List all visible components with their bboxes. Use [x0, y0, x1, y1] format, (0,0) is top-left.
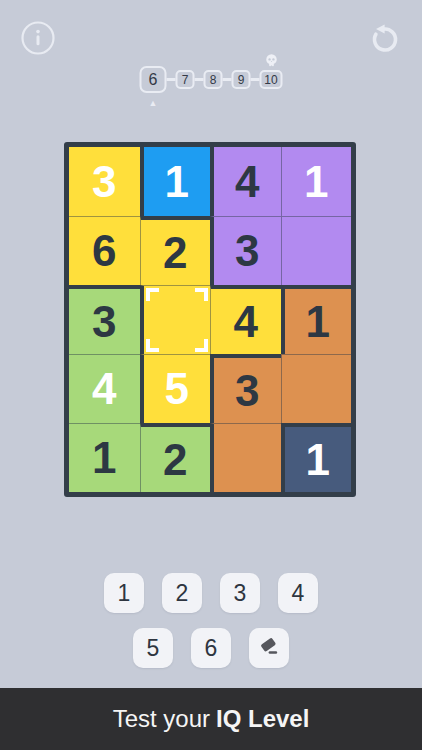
level-8[interactable]: 8 — [204, 70, 223, 89]
selected-level-marker: ▲ — [149, 99, 158, 108]
cell-value: 1 — [306, 300, 330, 344]
cell-r0c2[interactable]: 4 — [210, 147, 281, 216]
number-keypad: 123456 — [0, 573, 422, 668]
restart-icon — [366, 20, 402, 56]
cell-r1c1[interactable]: 2 — [140, 216, 211, 285]
cell-r4c0[interactable]: 1 — [69, 423, 140, 492]
level-9[interactable]: 9 — [232, 70, 251, 89]
cell-r3c1[interactable]: 5 — [140, 354, 211, 423]
skull-icon — [264, 53, 278, 67]
eraser-icon — [257, 633, 281, 663]
cell-r3c2[interactable]: 3 — [210, 354, 281, 423]
cell-r0c3[interactable]: 1 — [281, 147, 352, 216]
cell-value: 3 — [235, 229, 259, 273]
cell-r3c0[interactable]: 4 — [69, 354, 140, 423]
level-connector — [223, 78, 232, 81]
level-7[interactable]: 7 — [176, 70, 195, 89]
selection-bracket-tr — [195, 288, 208, 301]
cell-r3c3[interactable] — [281, 354, 352, 423]
info-button[interactable] — [20, 20, 56, 56]
cell-r0c1[interactable]: 1 — [140, 147, 211, 216]
level-selector: 6▲78910 — [140, 66, 283, 93]
cell-value: 1 — [304, 160, 328, 204]
cell-value: 3 — [92, 160, 116, 204]
keypad-row: 56 — [133, 628, 289, 668]
cell-value: 1 — [306, 438, 330, 482]
level-connector — [195, 78, 204, 81]
number-button-5[interactable]: 5 — [133, 628, 173, 668]
cell-value: 4 — [92, 367, 116, 411]
number-button-2[interactable]: 2 — [162, 573, 202, 613]
footer-text-bold: IQ Level — [216, 705, 309, 733]
selection-bracket-br — [195, 339, 208, 352]
cell-value: 5 — [165, 367, 189, 411]
cell-r2c2[interactable]: 4 — [210, 285, 281, 354]
cell-r4c1[interactable]: 2 — [140, 423, 211, 492]
number-button-4[interactable]: 4 — [278, 573, 318, 613]
footer-text: Test your — [113, 705, 210, 733]
cell-r0c0[interactable]: 3 — [69, 147, 140, 216]
cell-value: 3 — [92, 300, 116, 344]
level-connector — [167, 78, 176, 81]
cell-r1c3[interactable] — [281, 216, 352, 285]
info-icon — [20, 20, 56, 56]
app-screen: 6▲78910 3141623341453121 123456 Test you… — [0, 0, 422, 750]
puzzle-grid: 3141623341453121 — [64, 142, 356, 497]
cell-r1c0[interactable]: 6 — [69, 216, 140, 285]
cell-value: 3 — [235, 369, 259, 413]
cell-value: 1 — [165, 160, 189, 204]
keypad-row: 1234 — [104, 573, 318, 613]
cell-value: 2 — [163, 231, 187, 275]
cell-value: 4 — [234, 300, 258, 344]
footer-banner[interactable]: Test your IQ Level — [0, 688, 422, 750]
cell-r2c3[interactable]: 1 — [281, 285, 352, 354]
cell-value: 6 — [92, 229, 116, 273]
level-6[interactable]: 6 — [140, 66, 167, 93]
level-connector — [251, 78, 260, 81]
selection-bracket-tl — [146, 288, 159, 301]
cell-value: 2 — [163, 438, 187, 482]
restart-button[interactable] — [366, 20, 402, 56]
number-button-1[interactable]: 1 — [104, 573, 144, 613]
number-button-6[interactable]: 6 — [191, 628, 231, 668]
cell-value: 4 — [235, 160, 259, 204]
cell-r2c1[interactable] — [140, 285, 211, 354]
eraser-button[interactable] — [249, 628, 289, 668]
cell-r4c3[interactable]: 1 — [281, 423, 352, 492]
number-button-3[interactable]: 3 — [220, 573, 260, 613]
cell-r1c2[interactable]: 3 — [210, 216, 281, 285]
cell-r4c2[interactable] — [210, 423, 281, 492]
cell-r2c0[interactable]: 3 — [69, 285, 140, 354]
level-10[interactable]: 10 — [260, 70, 283, 89]
selection-bracket-bl — [146, 339, 159, 352]
cell-value: 1 — [92, 436, 116, 480]
